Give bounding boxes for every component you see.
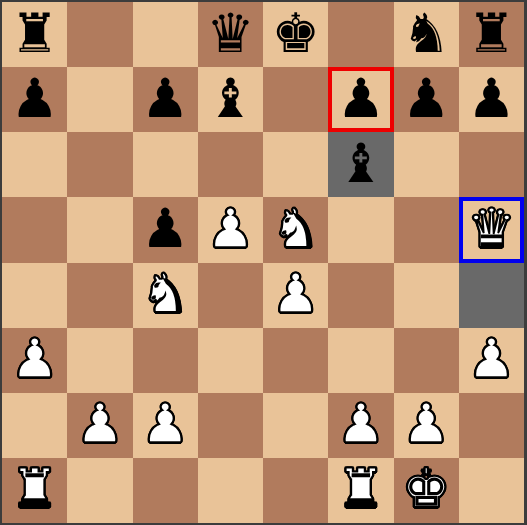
square-c4[interactable]: ♞ [133, 263, 198, 328]
square-b1[interactable] [67, 458, 132, 523]
square-f8[interactable] [328, 2, 393, 67]
white-rook-piece[interactable]: ♜ [337, 462, 385, 516]
white-king-piece[interactable]: ♚ [402, 462, 450, 516]
square-d8[interactable]: ♛ [198, 2, 263, 67]
square-c8[interactable] [133, 2, 198, 67]
square-f1[interactable]: ♜ [328, 458, 393, 523]
black-pawn-piece[interactable]: ♟ [10, 72, 58, 126]
square-c1[interactable] [133, 458, 198, 523]
black-king-piece[interactable]: ♚ [271, 7, 319, 61]
white-knight-piece[interactable]: ♞ [271, 202, 319, 256]
black-rook-piece[interactable]: ♜ [10, 7, 58, 61]
square-c3[interactable] [133, 328, 198, 393]
square-a5[interactable] [2, 197, 67, 262]
white-pawn-piece[interactable]: ♟ [76, 397, 124, 451]
square-f4[interactable] [328, 263, 393, 328]
black-pawn-piece[interactable]: ♟ [402, 72, 450, 126]
square-g4[interactable] [394, 263, 459, 328]
square-g1[interactable]: ♚ [394, 458, 459, 523]
square-h4-gray-highlight[interactable] [459, 263, 524, 328]
square-b3[interactable] [67, 328, 132, 393]
white-pawn-piece[interactable]: ♟ [141, 397, 189, 451]
square-h2[interactable] [459, 393, 524, 458]
square-g8[interactable]: ♞ [394, 2, 459, 67]
white-knight-piece[interactable]: ♞ [141, 267, 189, 321]
square-a8[interactable]: ♜ [2, 2, 67, 67]
square-d2[interactable] [198, 393, 263, 458]
square-f5[interactable] [328, 197, 393, 262]
square-a4[interactable] [2, 263, 67, 328]
square-a7[interactable]: ♟ [2, 67, 67, 132]
white-pawn-piece[interactable]: ♟ [402, 397, 450, 451]
square-c2[interactable]: ♟ [133, 393, 198, 458]
square-e8[interactable]: ♚ [263, 2, 328, 67]
square-f3[interactable] [328, 328, 393, 393]
square-b8[interactable] [67, 2, 132, 67]
square-b6[interactable] [67, 132, 132, 197]
white-pawn-piece[interactable]: ♟ [337, 397, 385, 451]
square-e5[interactable]: ♞ [263, 197, 328, 262]
black-pawn-piece[interactable]: ♟ [141, 202, 189, 256]
square-f6-gray-highlight[interactable]: ♝ [328, 132, 393, 197]
square-d5[interactable]: ♟ [198, 197, 263, 262]
square-e6[interactable] [263, 132, 328, 197]
square-h7[interactable]: ♟ [459, 67, 524, 132]
square-g6[interactable] [394, 132, 459, 197]
square-c6[interactable] [133, 132, 198, 197]
black-rook-piece[interactable]: ♜ [467, 7, 515, 61]
square-d4[interactable] [198, 263, 263, 328]
square-b5[interactable] [67, 197, 132, 262]
square-g7[interactable]: ♟ [394, 67, 459, 132]
square-a2[interactable] [2, 393, 67, 458]
square-d6[interactable] [198, 132, 263, 197]
square-h8[interactable]: ♜ [459, 2, 524, 67]
square-c5[interactable]: ♟ [133, 197, 198, 262]
square-b7[interactable] [67, 67, 132, 132]
white-pawn-piece[interactable]: ♟ [206, 202, 254, 256]
square-a1[interactable]: ♜ [2, 458, 67, 523]
square-e3[interactable] [263, 328, 328, 393]
square-e7[interactable] [263, 67, 328, 132]
square-g3[interactable] [394, 328, 459, 393]
square-e4[interactable]: ♟ [263, 263, 328, 328]
square-d1[interactable] [198, 458, 263, 523]
square-h1[interactable] [459, 458, 524, 523]
black-pawn-piece[interactable]: ♟ [337, 72, 385, 126]
black-bishop-piece[interactable]: ♝ [206, 72, 254, 126]
white-pawn-piece[interactable]: ♟ [467, 332, 515, 386]
black-pawn-piece[interactable]: ♟ [141, 72, 189, 126]
square-g5[interactable] [394, 197, 459, 262]
square-h3[interactable]: ♟ [459, 328, 524, 393]
black-bishop-piece[interactable]: ♝ [337, 137, 385, 191]
white-queen-piece[interactable]: ♛ [467, 202, 515, 256]
white-pawn-piece[interactable]: ♟ [10, 332, 58, 386]
square-e2[interactable] [263, 393, 328, 458]
square-c7[interactable]: ♟ [133, 67, 198, 132]
black-pawn-piece[interactable]: ♟ [467, 72, 515, 126]
white-pawn-piece[interactable]: ♟ [271, 267, 319, 321]
square-f7-red-highlight[interactable]: ♟ [328, 67, 393, 132]
black-queen-piece[interactable]: ♛ [206, 7, 254, 61]
chess-board-frame: ♜♛♚♞♜♟♟♝♟♟♟♝♟♟♞♛♞♟♟♟♟♟♟♟♜♜♚ [0, 0, 527, 525]
chess-board: ♜♛♚♞♜♟♟♝♟♟♟♝♟♟♞♛♞♟♟♟♟♟♟♟♜♜♚ [2, 2, 524, 523]
square-d3[interactable] [198, 328, 263, 393]
square-b4[interactable] [67, 263, 132, 328]
square-a3[interactable]: ♟ [2, 328, 67, 393]
black-knight-piece[interactable]: ♞ [402, 7, 450, 61]
square-b2[interactable]: ♟ [67, 393, 132, 458]
square-d7[interactable]: ♝ [198, 67, 263, 132]
square-f2[interactable]: ♟ [328, 393, 393, 458]
square-e1[interactable] [263, 458, 328, 523]
square-h5-blue-highlight[interactable]: ♛ [459, 197, 524, 262]
square-g2[interactable]: ♟ [394, 393, 459, 458]
square-a6[interactable] [2, 132, 67, 197]
white-rook-piece[interactable]: ♜ [10, 462, 58, 516]
square-h6[interactable] [459, 132, 524, 197]
